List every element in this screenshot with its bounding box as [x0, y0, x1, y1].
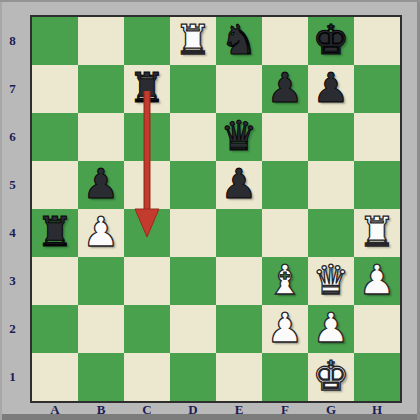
square-e1[interactable] [216, 353, 262, 401]
square-a1[interactable] [32, 353, 78, 401]
file-label-f: F [262, 403, 308, 417]
rank-label-1: 1 [0, 353, 30, 401]
black-king[interactable]: ♚ [313, 20, 350, 61]
square-g7[interactable]: ♟ [308, 65, 354, 113]
square-h6[interactable] [354, 113, 400, 161]
square-g5[interactable] [308, 161, 354, 209]
black-rook[interactable]: ♜ [129, 68, 166, 109]
square-a8[interactable] [32, 17, 78, 65]
rank-label-2: 2 [0, 305, 30, 353]
square-g6[interactable] [308, 113, 354, 161]
rank-label-6: 6 [0, 113, 30, 161]
white-king[interactable]: ♚ [313, 356, 350, 397]
square-c7[interactable]: ♜ [124, 65, 170, 113]
rank-label-8: 8 [0, 17, 30, 65]
black-pawn[interactable]: ♟ [221, 164, 258, 205]
square-b2[interactable] [78, 305, 124, 353]
square-d4[interactable] [170, 209, 216, 257]
square-g4[interactable] [308, 209, 354, 257]
square-c5[interactable] [124, 161, 170, 209]
square-b1[interactable] [78, 353, 124, 401]
square-f3[interactable]: ♝ [262, 257, 308, 305]
chess-board: ♜♞♚♜♟♟♛♟♟♜♟♜♝♛♟♟♟♚ [30, 15, 402, 403]
square-h4[interactable]: ♜ [354, 209, 400, 257]
square-c6[interactable] [124, 113, 170, 161]
square-g8[interactable]: ♚ [308, 17, 354, 65]
square-c2[interactable] [124, 305, 170, 353]
square-f6[interactable] [262, 113, 308, 161]
square-h8[interactable] [354, 17, 400, 65]
square-d1[interactable] [170, 353, 216, 401]
square-b6[interactable] [78, 113, 124, 161]
square-d6[interactable] [170, 113, 216, 161]
file-labels: ABCDEFGH [32, 403, 400, 417]
rank-label-5: 5 [0, 161, 30, 209]
square-a7[interactable] [32, 65, 78, 113]
white-pawn[interactable]: ♟ [267, 308, 304, 349]
rank-labels: 87654321 [0, 17, 30, 401]
square-f5[interactable] [262, 161, 308, 209]
square-a6[interactable] [32, 113, 78, 161]
square-g1[interactable]: ♚ [308, 353, 354, 401]
square-d3[interactable] [170, 257, 216, 305]
square-h2[interactable] [354, 305, 400, 353]
file-label-g: G [308, 403, 354, 417]
black-knight[interactable]: ♞ [221, 20, 258, 61]
white-bishop[interactable]: ♝ [267, 260, 304, 301]
white-pawn[interactable]: ♟ [313, 308, 350, 349]
white-pawn[interactable]: ♟ [83, 212, 120, 253]
square-a4[interactable]: ♜ [32, 209, 78, 257]
rank-label-7: 7 [0, 65, 30, 113]
black-pawn[interactable]: ♟ [313, 68, 350, 109]
square-d2[interactable] [170, 305, 216, 353]
black-pawn[interactable]: ♟ [83, 164, 120, 205]
file-label-b: B [78, 403, 124, 417]
square-g2[interactable]: ♟ [308, 305, 354, 353]
square-e7[interactable] [216, 65, 262, 113]
square-f7[interactable]: ♟ [262, 65, 308, 113]
square-c4[interactable] [124, 209, 170, 257]
file-label-d: D [170, 403, 216, 417]
square-e2[interactable] [216, 305, 262, 353]
square-h1[interactable] [354, 353, 400, 401]
square-e8[interactable]: ♞ [216, 17, 262, 65]
square-a3[interactable] [32, 257, 78, 305]
square-b4[interactable]: ♟ [78, 209, 124, 257]
square-h7[interactable] [354, 65, 400, 113]
white-rook[interactable]: ♜ [175, 20, 212, 61]
square-f1[interactable] [262, 353, 308, 401]
black-rook[interactable]: ♜ [37, 212, 74, 253]
file-label-a: A [32, 403, 78, 417]
square-e4[interactable] [216, 209, 262, 257]
square-a5[interactable] [32, 161, 78, 209]
square-e5[interactable]: ♟ [216, 161, 262, 209]
square-c8[interactable] [124, 17, 170, 65]
rank-label-4: 4 [0, 209, 30, 257]
file-label-h: H [354, 403, 400, 417]
file-label-e: E [216, 403, 262, 417]
square-h3[interactable]: ♟ [354, 257, 400, 305]
square-c1[interactable] [124, 353, 170, 401]
square-h5[interactable] [354, 161, 400, 209]
black-queen[interactable]: ♛ [221, 116, 258, 157]
square-a2[interactable] [32, 305, 78, 353]
square-b3[interactable] [78, 257, 124, 305]
square-b8[interactable] [78, 17, 124, 65]
square-b7[interactable] [78, 65, 124, 113]
square-d8[interactable]: ♜ [170, 17, 216, 65]
white-pawn[interactable]: ♟ [359, 260, 396, 301]
square-b5[interactable]: ♟ [78, 161, 124, 209]
rank-label-3: 3 [0, 257, 30, 305]
square-d5[interactable] [170, 161, 216, 209]
file-label-c: C [124, 403, 170, 417]
black-pawn[interactable]: ♟ [267, 68, 304, 109]
square-g3[interactable]: ♛ [308, 257, 354, 305]
square-c3[interactable] [124, 257, 170, 305]
square-f4[interactable] [262, 209, 308, 257]
square-f2[interactable]: ♟ [262, 305, 308, 353]
white-rook[interactable]: ♜ [359, 212, 396, 253]
square-d7[interactable] [170, 65, 216, 113]
square-e6[interactable]: ♛ [216, 113, 262, 161]
square-f8[interactable] [262, 17, 308, 65]
white-queen[interactable]: ♛ [313, 260, 350, 301]
board-frame: 87654321 ♜♞♚♜♟♟♛♟♟♜♟♜♝♛♟♟♟♚ ABCDEFGH [0, 0, 420, 420]
square-e3[interactable] [216, 257, 262, 305]
